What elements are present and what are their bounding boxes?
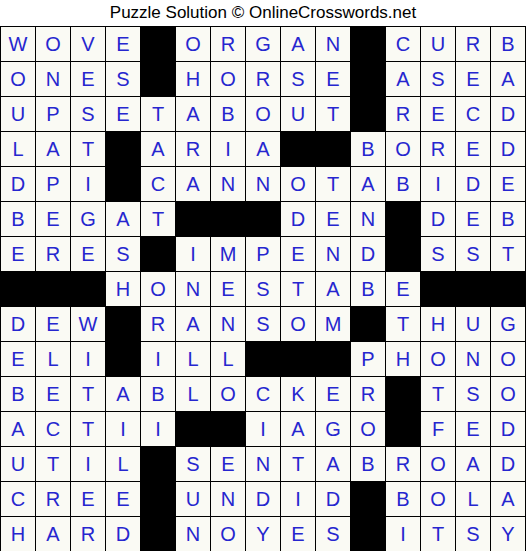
- letter-cell: N: [316, 237, 351, 272]
- letter-cell: N: [176, 272, 211, 307]
- block-cell: [386, 377, 421, 412]
- letter-cell: H: [1, 517, 36, 551]
- block-cell: [351, 97, 386, 132]
- letter-cell: R: [456, 27, 491, 62]
- letter-cell: T: [281, 447, 316, 482]
- block-cell: [421, 272, 456, 307]
- letter-cell: O: [351, 412, 386, 447]
- letter-cell: T: [421, 377, 456, 412]
- letter-cell: I: [141, 342, 176, 377]
- letter-cell: S: [421, 237, 456, 272]
- block-cell: [71, 272, 106, 307]
- letter-cell: I: [106, 412, 141, 447]
- letter-cell: T: [36, 447, 71, 482]
- letter-cell: B: [351, 272, 386, 307]
- letter-cell: A: [491, 62, 526, 97]
- block-cell: [246, 202, 281, 237]
- block-cell: [351, 27, 386, 62]
- letter-cell: A: [36, 517, 71, 551]
- letter-cell: S: [106, 237, 141, 272]
- block-cell: [176, 412, 211, 447]
- letter-cell: U: [1, 97, 36, 132]
- letter-cell: O: [491, 342, 526, 377]
- letter-cell: S: [316, 517, 351, 551]
- letter-cell: A: [351, 167, 386, 202]
- block-cell: [281, 342, 316, 377]
- letter-cell: T: [281, 272, 316, 307]
- letter-cell: S: [456, 237, 491, 272]
- letter-cell: Y: [246, 517, 281, 551]
- letter-cell: I: [421, 167, 456, 202]
- letter-cell: C: [141, 167, 176, 202]
- letter-cell: A: [281, 412, 316, 447]
- letter-cell: E: [456, 132, 491, 167]
- letter-cell: D: [491, 412, 526, 447]
- letter-cell: U: [281, 97, 316, 132]
- letter-cell: E: [106, 27, 141, 62]
- letter-cell: A: [106, 202, 141, 237]
- letter-cell: D: [421, 202, 456, 237]
- block-cell: [36, 272, 71, 307]
- letter-cell: L: [1, 132, 36, 167]
- block-cell: [141, 517, 176, 551]
- letter-cell: M: [316, 307, 351, 342]
- letter-cell: L: [456, 482, 491, 517]
- letter-cell: B: [211, 97, 246, 132]
- block-cell: [141, 237, 176, 272]
- letter-cell: D: [491, 97, 526, 132]
- letter-cell: S: [281, 62, 316, 97]
- letter-cell: I: [71, 447, 106, 482]
- letter-cell: B: [1, 202, 36, 237]
- letter-cell: B: [491, 27, 526, 62]
- letter-cell: P: [36, 97, 71, 132]
- letter-cell: R: [211, 27, 246, 62]
- block-cell: [106, 132, 141, 167]
- letter-cell: O: [36, 27, 71, 62]
- crossword-grid: WOVEORGANCURBONESHORSEASEAUPSETABOUTRECD…: [0, 26, 526, 551]
- letter-cell: N: [246, 167, 281, 202]
- block-cell: [141, 482, 176, 517]
- block-cell: [141, 62, 176, 97]
- letter-cell: A: [246, 132, 281, 167]
- letter-cell: I: [281, 482, 316, 517]
- letter-cell: E: [71, 482, 106, 517]
- letter-cell: R: [176, 132, 211, 167]
- letter-cell: L: [106, 447, 141, 482]
- letter-cell: S: [246, 272, 281, 307]
- block-cell: [351, 62, 386, 97]
- letter-cell: O: [1, 62, 36, 97]
- letter-cell: D: [246, 482, 281, 517]
- block-cell: [141, 447, 176, 482]
- letter-cell: S: [456, 377, 491, 412]
- letter-cell: C: [456, 97, 491, 132]
- letter-cell: T: [316, 167, 351, 202]
- letter-cell: S: [421, 62, 456, 97]
- block-cell: [106, 342, 141, 377]
- letter-cell: R: [141, 307, 176, 342]
- letter-cell: T: [421, 517, 456, 551]
- block-cell: [246, 342, 281, 377]
- letter-cell: A: [316, 447, 351, 482]
- letter-cell: E: [316, 62, 351, 97]
- block-cell: [106, 307, 141, 342]
- letter-cell: G: [71, 202, 106, 237]
- letter-cell: T: [71, 377, 106, 412]
- letter-cell: F: [421, 412, 456, 447]
- letter-cell: A: [456, 447, 491, 482]
- letter-cell: E: [456, 62, 491, 97]
- letter-cell: B: [141, 377, 176, 412]
- block-cell: [456, 272, 491, 307]
- letter-cell: P: [246, 237, 281, 272]
- letter-cell: O: [211, 62, 246, 97]
- letter-cell: O: [141, 272, 176, 307]
- letter-cell: I: [141, 412, 176, 447]
- letter-cell: P: [36, 167, 71, 202]
- letter-cell: N: [211, 167, 246, 202]
- letter-cell: T: [386, 307, 421, 342]
- letter-cell: U: [1, 447, 36, 482]
- block-cell: [386, 202, 421, 237]
- letter-cell: O: [246, 97, 281, 132]
- letter-cell: S: [456, 517, 491, 551]
- letter-cell: I: [71, 167, 106, 202]
- letter-cell: D: [491, 132, 526, 167]
- letter-cell: T: [71, 412, 106, 447]
- letter-cell: I: [386, 517, 421, 551]
- letter-cell: D: [316, 482, 351, 517]
- letter-cell: R: [246, 62, 281, 97]
- letter-cell: R: [36, 482, 71, 517]
- letter-cell: B: [386, 482, 421, 517]
- block-cell: [351, 482, 386, 517]
- block-cell: [316, 342, 351, 377]
- letter-cell: U: [456, 307, 491, 342]
- letter-cell: N: [36, 62, 71, 97]
- letter-cell: N: [246, 447, 281, 482]
- letter-cell: C: [36, 412, 71, 447]
- letter-cell: I: [246, 412, 281, 447]
- letter-cell: C: [246, 377, 281, 412]
- letter-cell: D: [1, 307, 36, 342]
- letter-cell: W: [1, 27, 36, 62]
- letter-cell: T: [71, 132, 106, 167]
- letter-cell: P: [351, 342, 386, 377]
- letter-cell: D: [456, 167, 491, 202]
- letter-cell: T: [491, 237, 526, 272]
- letter-cell: G: [246, 27, 281, 62]
- letter-cell: E: [36, 377, 71, 412]
- block-cell: [316, 132, 351, 167]
- letter-cell: A: [1, 412, 36, 447]
- letter-cell: W: [71, 307, 106, 342]
- letter-cell: C: [1, 482, 36, 517]
- letter-cell: S: [71, 97, 106, 132]
- block-cell: [1, 272, 36, 307]
- letter-cell: E: [281, 517, 316, 551]
- letter-cell: E: [316, 202, 351, 237]
- letter-cell: R: [386, 447, 421, 482]
- page-title: Puzzle Solution © OnlineCrosswords.net: [0, 0, 526, 26]
- letter-cell: H: [386, 342, 421, 377]
- block-cell: [176, 202, 211, 237]
- block-cell: [386, 412, 421, 447]
- letter-cell: M: [211, 237, 246, 272]
- block-cell: [386, 237, 421, 272]
- letter-cell: O: [281, 307, 316, 342]
- block-cell: [211, 412, 246, 447]
- letter-cell: A: [386, 62, 421, 97]
- letter-cell: O: [211, 517, 246, 551]
- block-cell: [141, 27, 176, 62]
- letter-cell: H: [421, 307, 456, 342]
- letter-cell: L: [176, 377, 211, 412]
- letter-cell: O: [176, 27, 211, 62]
- block-cell: [106, 167, 141, 202]
- letter-cell: O: [211, 377, 246, 412]
- letter-cell: B: [386, 167, 421, 202]
- letter-cell: B: [351, 132, 386, 167]
- letter-cell: U: [421, 27, 456, 62]
- letter-cell: I: [176, 237, 211, 272]
- letter-cell: A: [36, 132, 71, 167]
- letter-cell: Y: [491, 517, 526, 551]
- letter-cell: N: [456, 342, 491, 377]
- letter-cell: D: [281, 202, 316, 237]
- letter-cell: O: [421, 342, 456, 377]
- letter-cell: E: [106, 97, 141, 132]
- letter-cell: B: [351, 447, 386, 482]
- letter-cell: D: [106, 517, 141, 551]
- letter-cell: L: [211, 342, 246, 377]
- letter-cell: B: [1, 377, 36, 412]
- letter-cell: E: [36, 307, 71, 342]
- block-cell: [351, 307, 386, 342]
- puzzle-solution-page: Puzzle Solution © OnlineCrosswords.net W…: [0, 0, 526, 551]
- letter-cell: G: [491, 307, 526, 342]
- letter-cell: N: [176, 517, 211, 551]
- letter-cell: S: [176, 447, 211, 482]
- letter-cell: A: [491, 482, 526, 517]
- letter-cell: A: [141, 132, 176, 167]
- letter-cell: A: [106, 377, 141, 412]
- letter-cell: E: [281, 237, 316, 272]
- letter-cell: I: [211, 132, 246, 167]
- letter-cell: E: [211, 272, 246, 307]
- letter-cell: S: [246, 307, 281, 342]
- letter-cell: E: [491, 167, 526, 202]
- letter-cell: A: [316, 272, 351, 307]
- letter-cell: E: [1, 342, 36, 377]
- letter-cell: E: [211, 447, 246, 482]
- letter-cell: O: [386, 132, 421, 167]
- letter-cell: N: [211, 307, 246, 342]
- letter-cell: L: [36, 342, 71, 377]
- letter-cell: S: [106, 62, 141, 97]
- letter-cell: E: [456, 202, 491, 237]
- letter-cell: R: [71, 517, 106, 551]
- letter-cell: L: [176, 342, 211, 377]
- letter-cell: I: [71, 342, 106, 377]
- letter-cell: E: [421, 97, 456, 132]
- block-cell: [351, 517, 386, 551]
- block-cell: [491, 272, 526, 307]
- block-cell: [211, 202, 246, 237]
- letter-cell: R: [36, 237, 71, 272]
- letter-cell: T: [316, 97, 351, 132]
- letter-cell: C: [386, 27, 421, 62]
- letter-cell: G: [316, 412, 351, 447]
- letter-cell: K: [281, 377, 316, 412]
- letter-cell: O: [281, 167, 316, 202]
- letter-cell: E: [71, 237, 106, 272]
- letter-cell: R: [421, 132, 456, 167]
- letter-cell: E: [386, 272, 421, 307]
- letter-cell: H: [106, 272, 141, 307]
- letter-cell: A: [281, 27, 316, 62]
- letter-cell: O: [421, 482, 456, 517]
- letter-cell: A: [176, 97, 211, 132]
- letter-cell: R: [351, 377, 386, 412]
- letter-cell: N: [351, 202, 386, 237]
- letter-cell: D: [351, 237, 386, 272]
- letter-cell: N: [211, 482, 246, 517]
- letter-cell: V: [71, 27, 106, 62]
- block-cell: [281, 132, 316, 167]
- letter-cell: N: [316, 27, 351, 62]
- letter-cell: H: [176, 62, 211, 97]
- letter-cell: O: [491, 377, 526, 412]
- letter-cell: E: [456, 412, 491, 447]
- letter-cell: A: [176, 167, 211, 202]
- letter-cell: O: [421, 447, 456, 482]
- letter-cell: E: [1, 237, 36, 272]
- letter-cell: E: [71, 62, 106, 97]
- letter-cell: D: [1, 167, 36, 202]
- letter-cell: B: [491, 202, 526, 237]
- letter-cell: U: [176, 482, 211, 517]
- letter-cell: E: [106, 482, 141, 517]
- letter-cell: A: [176, 307, 211, 342]
- letter-cell: T: [141, 202, 176, 237]
- letter-cell: R: [386, 97, 421, 132]
- letter-cell: E: [316, 377, 351, 412]
- letter-cell: T: [141, 97, 176, 132]
- letter-cell: E: [36, 202, 71, 237]
- letter-cell: D: [491, 447, 526, 482]
